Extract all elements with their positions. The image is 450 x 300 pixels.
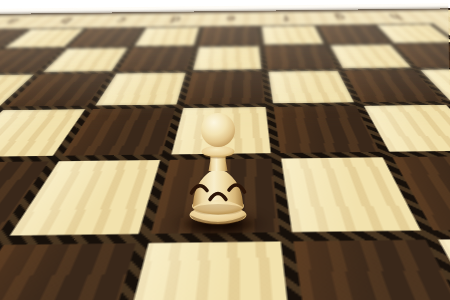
- square-e7: [192, 45, 260, 69]
- file-label-c: c: [102, 14, 139, 25]
- square-e6: [184, 71, 265, 103]
- square-d8: [134, 27, 198, 45]
- square-f5: [273, 105, 379, 152]
- board-scene-tilt: abcdefgh abcdefgh: [0, 0, 450, 300]
- square-f8: [261, 25, 323, 43]
- square-e4: [150, 157, 278, 232]
- square-f7: [264, 45, 336, 69]
- square-d7: [118, 46, 193, 70]
- file-label-f: f: [271, 12, 302, 23]
- chessboard-blurred-copy: abcdefgh: [0, 0, 450, 16]
- square-g8: [319, 25, 388, 43]
- chessboard-photo: abcdefgh abcdefgh: [0, 0, 450, 300]
- board-squares: [0, 22, 450, 300]
- square-e3: [112, 239, 294, 300]
- square-h8: [376, 24, 450, 42]
- square-f6: [268, 70, 353, 102]
- square-e5: [171, 106, 270, 153]
- file-label-h: h: [376, 11, 416, 22]
- square-e8: [199, 26, 258, 44]
- file-label-a: a: [0, 16, 33, 27]
- square-g5: [363, 104, 450, 151]
- square-d6: [95, 72, 185, 105]
- file-label-d: d: [159, 14, 192, 25]
- square-f3: [292, 238, 450, 300]
- file-label-g: g: [324, 12, 359, 23]
- file-label-e: e: [216, 13, 245, 24]
- file-label-b: b: [44, 15, 85, 26]
- far-blur-overlay: abcdefgh: [0, 0, 450, 300]
- square-d3: [0, 241, 135, 300]
